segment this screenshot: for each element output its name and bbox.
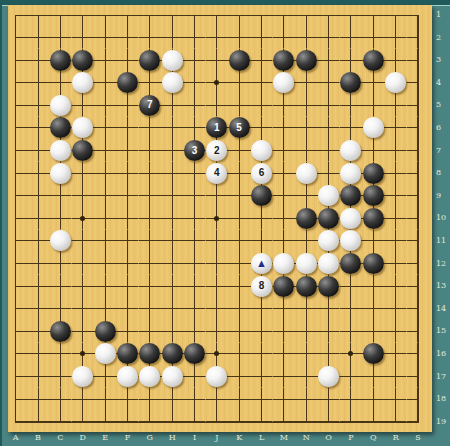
board-point[interactable] [161, 207, 183, 230]
board-point[interactable] [273, 275, 295, 298]
board-point[interactable] [340, 320, 362, 343]
board-point[interactable] [27, 230, 49, 253]
board-point[interactable] [317, 410, 339, 433]
board-point[interactable] [49, 297, 71, 320]
board-point[interactable] [116, 4, 138, 27]
board-point[interactable] [384, 49, 406, 72]
board-point[interactable] [340, 117, 362, 140]
board-point[interactable] [72, 343, 94, 366]
board-point[interactable] [228, 207, 250, 230]
board-point[interactable] [384, 94, 406, 117]
board-point[interactable] [384, 320, 406, 343]
board-point[interactable]: 6 [250, 162, 272, 185]
board-point[interactable] [407, 252, 429, 275]
board-point[interactable] [384, 162, 406, 185]
board-point[interactable] [27, 94, 49, 117]
board-point[interactable] [72, 71, 94, 94]
board-point[interactable] [250, 388, 272, 411]
board-point[interactable] [407, 297, 429, 320]
board-point[interactable] [27, 139, 49, 162]
board-point[interactable] [49, 4, 71, 27]
board-point[interactable] [94, 343, 116, 366]
board-point[interactable] [27, 365, 49, 388]
board-point[interactable] [362, 275, 384, 298]
board-point[interactable] [206, 4, 228, 27]
board-point[interactable] [139, 365, 161, 388]
board-point[interactable] [295, 410, 317, 433]
board-point[interactable] [317, 26, 339, 49]
board-point[interactable] [273, 343, 295, 366]
board-point[interactable] [139, 71, 161, 94]
board-point[interactable] [161, 320, 183, 343]
board-point[interactable] [206, 343, 228, 366]
board-point[interactable] [340, 230, 362, 253]
board-point[interactable] [250, 207, 272, 230]
board-point[interactable] [139, 184, 161, 207]
board-point[interactable] [317, 94, 339, 117]
board-point[interactable] [72, 252, 94, 275]
board-point[interactable] [295, 230, 317, 253]
board-point[interactable] [340, 388, 362, 411]
board-point[interactable] [72, 230, 94, 253]
board-point[interactable] [206, 94, 228, 117]
board-point[interactable] [139, 252, 161, 275]
board-point[interactable] [273, 410, 295, 433]
board-point[interactable] [206, 410, 228, 433]
board-point[interactable] [161, 162, 183, 185]
board-point[interactable] [407, 275, 429, 298]
board-point[interactable] [27, 117, 49, 140]
board-point[interactable] [206, 252, 228, 275]
board-point[interactable] [94, 230, 116, 253]
board-point[interactable] [94, 94, 116, 117]
board-point[interactable] [27, 71, 49, 94]
board-point[interactable] [116, 275, 138, 298]
board-point[interactable] [273, 94, 295, 117]
board-point[interactable] [340, 26, 362, 49]
board-point[interactable] [94, 207, 116, 230]
board-point[interactable] [206, 26, 228, 49]
board-point[interactable] [161, 26, 183, 49]
board-point[interactable] [161, 49, 183, 72]
board-point[interactable] [384, 71, 406, 94]
board-point[interactable] [384, 139, 406, 162]
board-point[interactable] [362, 365, 384, 388]
board-point[interactable] [340, 343, 362, 366]
board-point[interactable] [362, 230, 384, 253]
board-point[interactable] [340, 49, 362, 72]
board-point[interactable] [5, 365, 27, 388]
board-point[interactable]: 3 [183, 139, 205, 162]
board-point[interactable] [116, 388, 138, 411]
board-point[interactable] [94, 275, 116, 298]
board-point[interactable] [5, 230, 27, 253]
board-point[interactable] [340, 162, 362, 185]
board-point[interactable] [295, 184, 317, 207]
board-point[interactable] [27, 26, 49, 49]
board-point[interactable] [295, 71, 317, 94]
board-point[interactable] [139, 297, 161, 320]
board-point[interactable] [295, 139, 317, 162]
board-point[interactable] [116, 297, 138, 320]
board-point[interactable] [161, 230, 183, 253]
board-point[interactable] [407, 117, 429, 140]
board-point[interactable] [27, 275, 49, 298]
board-point[interactable] [317, 297, 339, 320]
board-point[interactable] [273, 4, 295, 27]
board-point[interactable] [94, 139, 116, 162]
board-point[interactable] [228, 26, 250, 49]
board-point[interactable] [116, 207, 138, 230]
board-point[interactable] [116, 365, 138, 388]
board-point[interactable] [228, 365, 250, 388]
board-point[interactable] [72, 320, 94, 343]
board-point[interactable] [407, 49, 429, 72]
board-point[interactable] [340, 4, 362, 27]
board-point[interactable] [94, 26, 116, 49]
board-point[interactable] [49, 230, 71, 253]
board-point[interactable] [384, 343, 406, 366]
board-point[interactable] [49, 365, 71, 388]
board-point[interactable] [94, 117, 116, 140]
board-point[interactable] [72, 162, 94, 185]
board-point[interactable] [5, 162, 27, 185]
board-point[interactable] [161, 94, 183, 117]
board-point[interactable] [206, 365, 228, 388]
board-point[interactable] [317, 4, 339, 27]
board-point[interactable] [273, 365, 295, 388]
board-point[interactable] [250, 320, 272, 343]
board-point[interactable] [72, 297, 94, 320]
board-point[interactable] [250, 139, 272, 162]
board-point[interactable] [228, 4, 250, 27]
board-point[interactable] [228, 252, 250, 275]
board-point[interactable] [161, 388, 183, 411]
board-point[interactable] [362, 184, 384, 207]
board-point[interactable] [317, 117, 339, 140]
board-point[interactable] [72, 139, 94, 162]
board-point[interactable]: 5 [228, 117, 250, 140]
board-point[interactable] [5, 71, 27, 94]
board-point[interactable] [183, 275, 205, 298]
board-point[interactable] [362, 252, 384, 275]
board-point[interactable] [183, 343, 205, 366]
board-point[interactable] [340, 184, 362, 207]
board-point[interactable] [183, 49, 205, 72]
board-point[interactable] [295, 94, 317, 117]
board-point[interactable] [49, 388, 71, 411]
board-point[interactable] [206, 275, 228, 298]
board-point[interactable] [139, 26, 161, 49]
board-point[interactable] [5, 139, 27, 162]
board-point[interactable] [27, 49, 49, 72]
board-point[interactable] [206, 388, 228, 411]
board-point[interactable] [5, 388, 27, 411]
board-point[interactable] [362, 26, 384, 49]
board-point[interactable] [161, 139, 183, 162]
board-point[interactable] [295, 4, 317, 27]
board-point[interactable] [94, 320, 116, 343]
board-point[interactable] [362, 139, 384, 162]
board-point[interactable] [273, 320, 295, 343]
board-point[interactable]: 7 [139, 94, 161, 117]
board-point[interactable] [407, 162, 429, 185]
board-point[interactable] [72, 26, 94, 49]
board-point[interactable] [5, 26, 27, 49]
board-point[interactable] [384, 410, 406, 433]
board-point[interactable] [183, 410, 205, 433]
board-point[interactable] [72, 184, 94, 207]
board-point[interactable] [5, 207, 27, 230]
board-point[interactable] [161, 297, 183, 320]
board-point[interactable] [340, 94, 362, 117]
board-point[interactable] [362, 207, 384, 230]
board-point[interactable] [228, 343, 250, 366]
board-point[interactable] [5, 94, 27, 117]
board-point[interactable] [250, 26, 272, 49]
board-point[interactable] [183, 365, 205, 388]
board-point[interactable] [362, 49, 384, 72]
board-point[interactable] [27, 162, 49, 185]
board-point[interactable] [228, 184, 250, 207]
board-point[interactable] [139, 117, 161, 140]
board-point[interactable] [340, 207, 362, 230]
board-point[interactable] [407, 388, 429, 411]
board-point[interactable] [139, 162, 161, 185]
board-point[interactable] [183, 94, 205, 117]
board-point[interactable] [116, 26, 138, 49]
board-point[interactable] [139, 139, 161, 162]
board-point[interactable] [295, 275, 317, 298]
board-point[interactable] [139, 49, 161, 72]
board-point[interactable] [94, 184, 116, 207]
board-point[interactable] [94, 297, 116, 320]
board-point[interactable] [317, 184, 339, 207]
board-point[interactable] [72, 365, 94, 388]
board-point[interactable] [407, 320, 429, 343]
board-point[interactable] [49, 162, 71, 185]
board-point[interactable] [340, 275, 362, 298]
board-point[interactable] [116, 94, 138, 117]
board-point[interactable] [228, 275, 250, 298]
board-point[interactable] [407, 4, 429, 27]
board-point[interactable] [228, 94, 250, 117]
board-point[interactable] [384, 365, 406, 388]
board-point[interactable] [228, 49, 250, 72]
board-point[interactable] [49, 275, 71, 298]
board-point[interactable] [206, 320, 228, 343]
board-point[interactable] [317, 252, 339, 275]
board-point[interactable] [407, 94, 429, 117]
board-point[interactable] [72, 410, 94, 433]
board-point[interactable] [250, 365, 272, 388]
board-point[interactable] [27, 320, 49, 343]
board-point[interactable] [340, 297, 362, 320]
board-point[interactable] [183, 26, 205, 49]
board-point[interactable] [5, 343, 27, 366]
board-point[interactable] [27, 207, 49, 230]
board-point[interactable] [139, 388, 161, 411]
board-point[interactable] [295, 297, 317, 320]
board-point[interactable] [295, 117, 317, 140]
board-point[interactable]: 8 [250, 275, 272, 298]
board-point[interactable] [139, 230, 161, 253]
board-point[interactable] [250, 117, 272, 140]
board-point[interactable] [407, 365, 429, 388]
board-point[interactable] [161, 410, 183, 433]
board-point[interactable] [183, 117, 205, 140]
board-point[interactable] [49, 26, 71, 49]
board-point[interactable] [407, 230, 429, 253]
board-point[interactable] [161, 365, 183, 388]
board-point[interactable] [206, 71, 228, 94]
board-point[interactable] [116, 139, 138, 162]
board-point[interactable] [228, 230, 250, 253]
board-point[interactable] [317, 230, 339, 253]
board-point[interactable] [250, 49, 272, 72]
board-point[interactable] [183, 207, 205, 230]
board-point[interactable] [273, 162, 295, 185]
board-point[interactable] [407, 139, 429, 162]
board-point[interactable] [362, 343, 384, 366]
board-point[interactable] [161, 4, 183, 27]
board-point[interactable] [183, 4, 205, 27]
board-point[interactable] [139, 343, 161, 366]
board-point[interactable] [49, 139, 71, 162]
board-point[interactable] [228, 320, 250, 343]
board-point[interactable] [362, 4, 384, 27]
board-point[interactable] [49, 207, 71, 230]
board-point[interactable] [139, 207, 161, 230]
board-point[interactable] [317, 139, 339, 162]
board-point[interactable] [250, 410, 272, 433]
board-point[interactable] [317, 275, 339, 298]
board-point[interactable] [94, 365, 116, 388]
board-point[interactable] [273, 26, 295, 49]
board-point[interactable] [183, 388, 205, 411]
board-point[interactable] [273, 71, 295, 94]
board-point[interactable] [317, 320, 339, 343]
board-point[interactable] [139, 410, 161, 433]
board-point[interactable] [407, 343, 429, 366]
board-point[interactable] [362, 320, 384, 343]
board-point[interactable] [317, 162, 339, 185]
board-point[interactable] [362, 71, 384, 94]
board-point[interactable] [49, 71, 71, 94]
board-point[interactable] [295, 49, 317, 72]
board-point[interactable] [94, 388, 116, 411]
board-point[interactable] [228, 388, 250, 411]
board-point[interactable] [407, 26, 429, 49]
board-point[interactable] [295, 207, 317, 230]
board-point[interactable] [139, 320, 161, 343]
board-point[interactable] [384, 26, 406, 49]
board-point[interactable] [228, 162, 250, 185]
board-point[interactable] [5, 275, 27, 298]
board-point[interactable] [206, 49, 228, 72]
board-point[interactable] [139, 4, 161, 27]
board-point[interactable] [250, 71, 272, 94]
board-point[interactable] [362, 162, 384, 185]
board-point[interactable] [49, 252, 71, 275]
board-point[interactable] [161, 184, 183, 207]
board-point[interactable] [384, 117, 406, 140]
board-point[interactable] [183, 162, 205, 185]
board-point[interactable] [116, 117, 138, 140]
board-point[interactable] [384, 252, 406, 275]
board-point[interactable] [116, 343, 138, 366]
board-point[interactable] [49, 320, 71, 343]
board-point[interactable] [206, 297, 228, 320]
board-point[interactable] [317, 71, 339, 94]
board-point[interactable] [250, 4, 272, 27]
board-point[interactable] [295, 252, 317, 275]
board-point[interactable] [340, 410, 362, 433]
board-point[interactable]: 4 [206, 162, 228, 185]
board-point[interactable] [273, 117, 295, 140]
board-point[interactable] [362, 388, 384, 411]
board-point[interactable] [72, 388, 94, 411]
board-point[interactable] [273, 184, 295, 207]
board-point[interactable] [273, 207, 295, 230]
board-point[interactable] [72, 207, 94, 230]
board-point[interactable] [116, 410, 138, 433]
board-point[interactable] [94, 162, 116, 185]
board-point[interactable] [407, 207, 429, 230]
board-point[interactable] [273, 297, 295, 320]
board-point[interactable] [72, 49, 94, 72]
board-point[interactable] [228, 139, 250, 162]
board-point[interactable] [250, 230, 272, 253]
board-point[interactable] [340, 252, 362, 275]
board-point[interactable] [5, 252, 27, 275]
board-point[interactable] [72, 94, 94, 117]
board-point[interactable] [94, 4, 116, 27]
board-point[interactable] [295, 162, 317, 185]
board-point[interactable] [340, 365, 362, 388]
board-point[interactable] [94, 252, 116, 275]
board-point[interactable] [228, 410, 250, 433]
board-point[interactable] [273, 388, 295, 411]
board-point[interactable] [250, 297, 272, 320]
board-point[interactable] [27, 4, 49, 27]
board-point[interactable] [362, 297, 384, 320]
board-point[interactable] [384, 207, 406, 230]
board-point[interactable] [5, 49, 27, 72]
board-point[interactable] [49, 117, 71, 140]
board-point[interactable] [5, 320, 27, 343]
board-point[interactable] [49, 94, 71, 117]
board-point[interactable] [5, 4, 27, 27]
board-point[interactable] [49, 184, 71, 207]
board-point[interactable] [183, 184, 205, 207]
board-point[interactable] [317, 365, 339, 388]
board-point[interactable] [273, 230, 295, 253]
board-point[interactable] [116, 184, 138, 207]
board-point[interactable] [161, 343, 183, 366]
board-point[interactable] [183, 71, 205, 94]
board-point[interactable] [317, 49, 339, 72]
board-point[interactable] [183, 230, 205, 253]
board-point[interactable] [250, 343, 272, 366]
board-point[interactable] [27, 252, 49, 275]
board-point[interactable] [5, 184, 27, 207]
board-point[interactable]: ▲ [250, 252, 272, 275]
board-point[interactable] [407, 71, 429, 94]
board-point[interactable] [250, 94, 272, 117]
board-point[interactable] [72, 117, 94, 140]
board-point[interactable] [94, 71, 116, 94]
